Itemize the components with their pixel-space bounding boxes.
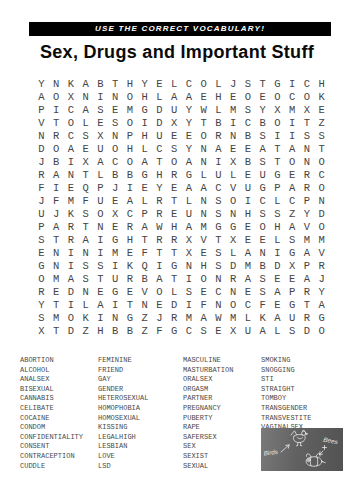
grid-cell: R [152,234,167,247]
grid-cell: N [196,207,211,220]
grid-cell: R [49,129,64,142]
grid-cell: N [211,273,226,286]
grid-cell: N [64,168,79,181]
grid-cell: B [211,116,226,129]
grid-cell: K [64,77,79,90]
grid-cell: L [196,168,211,181]
grid-cell: B [123,168,138,181]
grid-cell: Q [137,260,152,273]
word-item: SMOKING [261,356,311,366]
grid-cell: B [137,273,152,286]
grid-cell: T [211,234,226,247]
grid-cell: J [34,194,49,207]
grid-cell: E [226,90,241,103]
grid-cell: C [108,155,123,168]
word-item: MASCULINE [183,356,233,366]
grid-cell: M [182,312,197,325]
grid-cell: E [93,286,108,299]
grid-cell: Y [34,77,49,90]
grid-cell: X [93,129,108,142]
grid-cell: M [108,247,123,260]
grid-cell: G [255,181,270,194]
word-item: STRAIGHT [261,385,311,395]
grid-cell: E [270,299,285,312]
grid-cell: I [152,260,167,273]
grid-cell: I [64,247,79,260]
grid-cell: S [255,273,270,286]
grid-cell: E [108,221,123,234]
grid-cell: L [167,286,182,299]
grid-cell: A [93,155,108,168]
grid-cell: I [108,299,123,312]
grid-cell: A [64,142,79,155]
grid-cell: O [108,142,123,155]
grid-cell: P [34,221,49,234]
grid-cell: F [34,181,49,194]
grid-cell: C [211,286,226,299]
grid-cell: N [108,312,123,325]
grid-cell: R [152,207,167,220]
grid-cell: X [182,247,197,260]
vocab-banner: USE THE CORRECT VOCABULARY! [29,22,331,36]
grid-cell: O [93,207,108,220]
grid-cell: O [314,221,329,234]
grid-cell: Y [34,299,49,312]
grid-cell: G [285,247,300,260]
word-item: MASTURBATION [183,366,233,376]
grid-cell: D [152,116,167,129]
grid-cell: F [78,194,93,207]
grid-cell: O [314,155,329,168]
grid-cell: X [226,155,241,168]
grid-cell: A [137,155,152,168]
grid-cell: R [34,168,49,181]
grid-cell: E [49,286,64,299]
grid-cell: G [167,260,182,273]
word-item: SEX [183,442,233,452]
grid-cell: U [34,207,49,220]
grid-cell: H [123,234,138,247]
bees-label: Bees [323,436,339,446]
grid-cell: T [270,155,285,168]
word-item: STI [261,375,311,385]
grid-cell: F [152,325,167,338]
grid-cell: D [64,286,79,299]
grid-cell: O [270,90,285,103]
grid-cell: A [123,194,138,207]
banner-text: USE THE CORRECT VOCABULARY! [95,24,265,33]
grid-cell: O [196,273,211,286]
grid-cell: V [196,234,211,247]
word-item: HOMOSEXUAL [98,414,148,424]
grid-cell: N [78,90,93,103]
grid-cell: S [34,234,49,247]
grid-cell: L [270,194,285,207]
grid-cell: Z [78,325,93,338]
grid-cell: S [255,155,270,168]
grid-cell: E [226,142,241,155]
grid-cell: N [137,299,152,312]
grid-cell: T [270,142,285,155]
grid-cell: L [211,103,226,116]
grid-cell: H [211,90,226,103]
grid-cell: P [300,260,315,273]
grid-cell: N [182,260,197,273]
grid-cell: N [196,194,211,207]
grid-cell: Z [137,312,152,325]
grid-cell: N [49,77,64,90]
grid-cell: A [241,247,256,260]
grid-cell: O [34,273,49,286]
grid-cell: A [182,155,197,168]
grid-cell: E [108,194,123,207]
word-item: LESBIAN [98,442,148,452]
grid-cell: N [255,247,270,260]
grid-cell: M [300,234,315,247]
word-column-2: FEMININEFRIENDGAYGENDERHETEROSEXUALHOMOP… [98,356,148,471]
grid-cell: F [49,194,64,207]
grid-cell: I [211,155,226,168]
word-item: PARTNER [183,394,233,404]
grid-cell: E [64,181,79,194]
grid-cell: O [196,77,211,90]
word-item: CONFIDENTIALITY [20,433,83,443]
grid-cell: E [167,207,182,220]
grid-cell: T [300,116,315,129]
grid-cell: D [152,103,167,116]
grid-cell: Z [285,207,300,220]
grid-cell: A [314,299,329,312]
grid-cell: A [78,77,93,90]
grid-cell: P [285,286,300,299]
grid-cell: S [255,286,270,299]
grid-cell: A [255,325,270,338]
word-item: PUBERTY [183,414,233,424]
grid-cell: T [314,142,329,155]
grid-cell: I [270,247,285,260]
grid-cell: J [226,77,241,90]
grid-cell: R [64,221,79,234]
grid-cell: E [270,273,285,286]
word-item: CELIBATE [20,404,83,414]
grid-cell: A [78,234,93,247]
grid-cell: C [123,207,138,220]
worksheet-page: USE THE CORRECT VOCABULARY! Sex, Drugs a… [0,0,354,500]
grid-cell: S [78,273,93,286]
grid-cell: N [196,142,211,155]
grid-cell: C [241,116,256,129]
grid-cell: O [123,90,138,103]
grid-cell: S [314,129,329,142]
grid-cell: B [255,116,270,129]
grid-cell: O [270,116,285,129]
grid-cell: R [34,286,49,299]
grid-cell: P [34,103,49,116]
grid-cell: S [167,142,182,155]
grid-cell: Y [314,286,329,299]
grid-cell: D [226,260,241,273]
grid-cell: C [182,77,197,90]
grid-cell: S [300,129,315,142]
grid-cell: G [270,77,285,90]
grid-cell: N [78,247,93,260]
grid-cell: J [108,181,123,194]
grid-cell: O [49,142,64,155]
grid-cell: Q [78,181,93,194]
grid-cell: O [314,325,329,338]
grid-cell: H [152,168,167,181]
word-item: CANNABIS [20,394,83,404]
grid-cell: S [93,260,108,273]
grid-cell: A [78,103,93,116]
grid-cell: Y [152,181,167,194]
grid-cell: U [241,181,256,194]
grid-cell: X [226,325,241,338]
grid-cell: D [270,260,285,273]
grid-cell: B [241,129,256,142]
grid-cell: X [300,103,315,116]
grid-cell: T [49,234,64,247]
grid-cell: T [123,299,138,312]
grid-cell: I [182,299,197,312]
grid-cell: L [226,168,241,181]
grid-cell: V [300,221,315,234]
grid-cell: E [241,234,256,247]
grid-cell: A [34,90,49,103]
grid-cell: C [255,194,270,207]
grid-cell: A [93,299,108,312]
grid-cell: T [196,116,211,129]
grid-cell: U [285,312,300,325]
word-item: ORGASM [183,385,233,395]
grid-cell: T [152,155,167,168]
grid-cell: N [108,90,123,103]
grid-cell: I [137,116,152,129]
grid-cell: T [108,77,123,90]
grid-cell: T [49,325,64,338]
grid-cell: G [137,103,152,116]
grid-cell: S [285,234,300,247]
grid-cell: P [300,194,315,207]
grid-cell: O [123,155,138,168]
grid-cell: N [108,129,123,142]
grid-cell: B [241,155,256,168]
word-item: TRANSGENDER [261,404,311,414]
grid-cell: S [93,103,108,116]
grid-cell: I [285,77,300,90]
grid-cell: E [123,247,138,260]
grid-cell: M [123,103,138,116]
grid-cell: C [211,181,226,194]
grid-cell: R [300,286,315,299]
grid-cell: M [226,312,241,325]
grid-cell: Y [255,103,270,116]
grid-cell: G [285,299,300,312]
grid-cell: A [167,90,182,103]
grid-cell: V [314,247,329,260]
grid-cell: O [300,90,315,103]
word-item: SAFERSEX [183,433,233,443]
grid-cell: R [167,234,182,247]
grid-cell: G [34,260,49,273]
grid-cell: C [314,168,329,181]
grid-cell: E [34,247,49,260]
word-item: LSD [98,462,148,472]
grid-cell: B [49,155,64,168]
grid-cell: T [49,116,64,129]
word-item: BISEXUAL [20,385,83,395]
grid-cell: S [34,312,49,325]
grid-cell: X [182,234,197,247]
grid-cell: I [285,116,300,129]
birds-label: Birds [263,448,278,457]
grid-cell: D [314,207,329,220]
grid-cell: U [255,168,270,181]
grid-cell: T [300,299,315,312]
grid-cell: O [255,221,270,234]
word-item: GENDER [98,385,148,395]
grid-cell: A [182,90,197,103]
grid-cell: E [255,234,270,247]
grid-cell: X [78,155,93,168]
grid-cell: Z [137,325,152,338]
grid-cell: S [255,129,270,142]
grid-cell: V [226,181,241,194]
grid-cell: E [152,299,167,312]
grid-cell: O [196,129,211,142]
grid-cell: Z [314,116,329,129]
grid-cell: T [78,168,93,181]
grid-cell: R [300,181,315,194]
chalkboard-illustration: Birds Bees [261,428,343,471]
grid-cell: L [226,247,241,260]
grid-cell: K [64,207,79,220]
grid-cell: I [285,129,300,142]
grid-cell: S [285,325,300,338]
grid-cell: X [226,234,241,247]
word-item: CUDDLE [20,462,83,472]
grid-cell: F [137,247,152,260]
grid-cell: P [93,181,108,194]
grid-cell: W [196,103,211,116]
grid-cell: E [314,103,329,116]
grid-cell: X [270,103,285,116]
grid-cell: A [270,312,285,325]
grid-cell: R [300,312,315,325]
grid-cell: S [78,260,93,273]
grid-cell: W [211,312,226,325]
word-item: RAPE [183,423,233,433]
grid-cell: M [241,260,256,273]
grid-cell: R [314,260,329,273]
grid-cell: D [34,142,49,155]
grid-cell: O [226,299,241,312]
grid-cell: T [167,247,182,260]
grid-cell: G [123,312,138,325]
grid-cell: L [270,234,285,247]
word-item: KISSING [98,423,148,433]
grid-cell: N [226,129,241,142]
grid-cell: K [123,260,138,273]
grid-cell: C [152,142,167,155]
word-item: COCAINE [20,414,83,424]
grid-cell: A [300,273,315,286]
grid-cell: M [64,194,79,207]
grid-cell: E [241,168,256,181]
grid-cell: I [93,90,108,103]
grid-cell: I [49,181,64,194]
word-item: LEGALHIGH [98,433,148,443]
grid-cell: S [78,129,93,142]
grid-cell: M [226,103,241,116]
grid-cell: R [123,221,138,234]
grid-cell: H [137,129,152,142]
grid-cell: O [64,312,79,325]
grid-cell: I [64,155,79,168]
grid-cell: C [285,194,300,207]
arrow-down-icon [320,446,327,455]
grid-cell: H [196,260,211,273]
grid-cell: N [314,194,329,207]
grid-cell: R [167,312,182,325]
grid-cell: A [49,168,64,181]
grid-cell: H [123,142,138,155]
grid-cell: J [152,312,167,325]
grid-cell: L [93,168,108,181]
grid-cell: S [211,207,226,220]
grid-cell: E [241,221,256,234]
grid-cell: U [211,168,226,181]
grid-cell: E [196,286,211,299]
grid-cell: N [49,260,64,273]
grid-cell: I [49,103,64,116]
grid-cell: L [211,77,226,90]
grid-cell: D [167,299,182,312]
grid-cell: C [300,77,315,90]
grid-cell: A [285,221,300,234]
grid-cell: O [123,116,138,129]
word-item: HOMOPHOBIA [98,404,148,414]
grid-cell: N [300,142,315,155]
birds-and-bees-drawing: Birds Bees [261,428,343,471]
grid-cell: E [108,103,123,116]
grid-cell: E [196,90,211,103]
grid-cell: S [196,325,211,338]
grid-cell: R [64,234,79,247]
grid-cell: H [167,221,182,234]
grid-cell: B [93,77,108,90]
grid-cell: S [78,207,93,220]
grid-cell: E [255,90,270,103]
grid-cell: N [196,155,211,168]
grid-cell: B [255,260,270,273]
grid-cell: E [196,247,211,260]
grid-cell: M [49,273,64,286]
grid-cell: L [78,299,93,312]
grid-cell: U [93,194,108,207]
grid-cell: S [182,286,197,299]
grid-cell: O [167,155,182,168]
grid-cell: T [167,194,182,207]
grid-cell: T [49,299,64,312]
word-item: FRIEND [98,366,148,376]
word-item: CONDOM [20,423,83,433]
grid-cell: G [167,325,182,338]
grid-cell: E [167,129,182,142]
grid-cell: T [167,273,182,286]
grid-cell: E [78,142,93,155]
grid-cell: R [152,194,167,207]
